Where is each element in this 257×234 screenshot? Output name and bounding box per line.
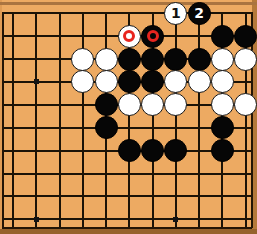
move-number: 1 [171, 6, 181, 20]
white-stone[interactable] [118, 93, 141, 116]
go-board[interactable]: 12 [0, 0, 257, 234]
black-stone[interactable] [95, 116, 118, 139]
white-stone[interactable] [71, 48, 94, 71]
black-stone[interactable] [95, 93, 118, 116]
black-stone[interactable] [211, 25, 234, 48]
circle-mark-icon [123, 30, 135, 42]
left-border-line [2, 12, 4, 228]
circle-mark-icon [147, 30, 159, 42]
white-stone[interactable] [141, 93, 164, 116]
white-stone[interactable] [95, 48, 118, 71]
black-stone[interactable] [164, 48, 187, 71]
white-stone[interactable] [211, 48, 234, 71]
grid-line [2, 218, 253, 220]
white-stone[interactable] [188, 70, 211, 93]
white-stone[interactable] [234, 48, 257, 71]
white-stone[interactable] [95, 70, 118, 93]
white-stone[interactable] [164, 70, 187, 93]
white-stone[interactable] [71, 70, 94, 93]
black-stone[interactable] [141, 70, 164, 93]
grid-line [2, 195, 253, 197]
black-stone[interactable]: 2 [188, 2, 211, 25]
black-stone[interactable] [234, 25, 257, 48]
white-stone[interactable] [118, 25, 141, 48]
black-stone[interactable] [141, 139, 164, 162]
black-stone[interactable] [141, 25, 164, 48]
black-stone[interactable] [188, 48, 211, 71]
white-stone[interactable] [164, 93, 187, 116]
white-stone[interactable] [211, 93, 234, 116]
move-number: 2 [194, 6, 204, 20]
black-stone[interactable] [141, 48, 164, 71]
grid-line [2, 12, 253, 14]
white-stone[interactable] [211, 70, 234, 93]
white-stone[interactable]: 1 [164, 2, 187, 25]
black-stone[interactable] [211, 139, 234, 162]
black-stone[interactable] [164, 139, 187, 162]
black-stone[interactable] [118, 70, 141, 93]
star-point [173, 217, 178, 222]
black-stone[interactable] [118, 48, 141, 71]
grid-line [2, 173, 253, 175]
bottom-edge-shade [0, 229, 257, 234]
top-board-edge [0, 2, 257, 5]
black-stone[interactable] [211, 116, 234, 139]
black-stone[interactable] [118, 139, 141, 162]
star-point [34, 217, 39, 222]
bottom-border-line [2, 227, 252, 229]
star-point [34, 79, 39, 84]
